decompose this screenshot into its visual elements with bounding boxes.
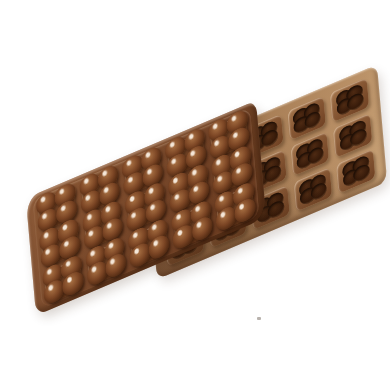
photo-speck <box>257 317 261 320</box>
cavity-cell <box>336 149 375 194</box>
quatrefoil-cavity <box>295 136 324 171</box>
mould-front <box>26 101 266 316</box>
cavity-cell <box>293 167 332 212</box>
quatrefoil-cavity <box>298 172 327 207</box>
mould-front-cluster-grid <box>37 112 256 304</box>
quatrefoil-cavity <box>335 83 364 118</box>
quatrefoil-cavity <box>341 154 370 189</box>
quatrefoil-cavity <box>338 118 367 153</box>
quatrefoil-cavity <box>292 101 321 136</box>
product-photo <box>0 0 390 390</box>
